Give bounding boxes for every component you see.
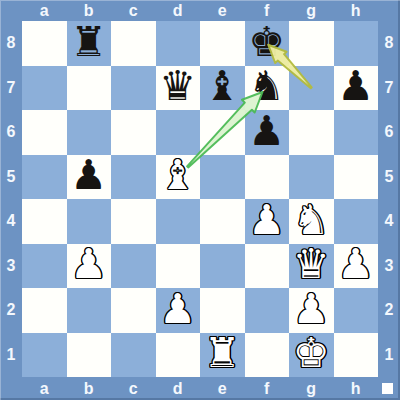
square-g6[interactable] (289, 110, 334, 155)
square-c2[interactable] (111, 288, 156, 333)
file-label: a (22, 0, 67, 21)
white-pawn[interactable]: ♟ (293, 289, 330, 330)
square-h3[interactable]: ♟ (334, 244, 379, 289)
square-c8[interactable] (111, 21, 156, 66)
square-c7[interactable] (111, 66, 156, 111)
square-g2[interactable]: ♟ (289, 288, 334, 333)
file-label: f (245, 377, 290, 400)
square-g5[interactable] (289, 155, 334, 200)
square-a7[interactable] (22, 66, 67, 111)
rank-labels-right: 87654321 (378, 21, 400, 377)
square-b2[interactable] (67, 288, 112, 333)
square-f7[interactable]: ♞ (245, 66, 290, 111)
file-label: g (289, 0, 334, 21)
square-g8[interactable] (289, 21, 334, 66)
file-label: e (200, 377, 245, 400)
square-h2[interactable] (334, 288, 379, 333)
square-d3[interactable] (156, 244, 201, 289)
square-d5[interactable]: ♝ (156, 155, 201, 200)
square-c1[interactable] (111, 333, 156, 378)
file-label: c (111, 0, 156, 21)
rank-label: 4 (0, 199, 22, 244)
file-label: d (156, 377, 201, 400)
square-d7[interactable]: ♛ (156, 66, 201, 111)
square-a1[interactable] (22, 333, 67, 378)
black-pawn[interactable]: ♟ (70, 155, 107, 196)
white-pawn[interactable]: ♟ (159, 289, 196, 330)
black-rook[interactable]: ♜ (70, 22, 107, 63)
square-f3[interactable] (245, 244, 290, 289)
file-labels-bottom: abcdefgh (22, 377, 378, 400)
chess-diagram: abcdefgh abcdefgh 87654321 87654321 ♜♚♛♝… (0, 0, 400, 400)
white-pawn[interactable]: ♟ (337, 244, 374, 285)
square-g7[interactable] (289, 66, 334, 111)
square-f6[interactable]: ♟ (245, 110, 290, 155)
square-c6[interactable] (111, 110, 156, 155)
square-d1[interactable] (156, 333, 201, 378)
file-label: c (111, 377, 156, 400)
square-f8[interactable]: ♚ (245, 21, 290, 66)
rank-label: 4 (378, 199, 400, 244)
white-queen[interactable]: ♛ (293, 244, 330, 285)
rank-label: 1 (0, 333, 22, 378)
rank-label: 1 (378, 333, 400, 378)
square-c3[interactable] (111, 244, 156, 289)
file-label: g (289, 377, 334, 400)
rank-label: 5 (378, 155, 400, 200)
square-d4[interactable] (156, 199, 201, 244)
rank-label: 6 (0, 110, 22, 155)
square-e1[interactable]: ♜ (200, 333, 245, 378)
rank-labels-left: 87654321 (0, 21, 22, 377)
square-b8[interactable]: ♜ (67, 21, 112, 66)
rank-label: 6 (378, 110, 400, 155)
black-knight[interactable]: ♞ (248, 66, 285, 107)
square-d6[interactable] (156, 110, 201, 155)
square-e8[interactable] (200, 21, 245, 66)
square-b4[interactable] (67, 199, 112, 244)
rank-label: 2 (378, 288, 400, 333)
rank-label: 8 (0, 21, 22, 66)
square-b3[interactable]: ♟ (67, 244, 112, 289)
square-g1[interactable]: ♚ (289, 333, 334, 378)
square-a2[interactable] (22, 288, 67, 333)
file-label: b (67, 377, 112, 400)
square-a5[interactable] (22, 155, 67, 200)
square-b5[interactable]: ♟ (67, 155, 112, 200)
square-a3[interactable] (22, 244, 67, 289)
square-f5[interactable] (245, 155, 290, 200)
file-label: e (200, 0, 245, 21)
black-queen[interactable]: ♛ (159, 66, 196, 107)
square-h1[interactable] (334, 333, 379, 378)
square-c4[interactable] (111, 199, 156, 244)
white-rook[interactable]: ♜ (204, 333, 241, 374)
white-knight[interactable]: ♞ (293, 200, 330, 241)
white-to-move-indicator (382, 383, 393, 394)
white-pawn[interactable]: ♟ (248, 200, 285, 241)
square-e7[interactable]: ♝ (200, 66, 245, 111)
square-b1[interactable] (67, 333, 112, 378)
square-a4[interactable] (22, 199, 67, 244)
square-g4[interactable]: ♞ (289, 199, 334, 244)
square-d2[interactable]: ♟ (156, 288, 201, 333)
square-h4[interactable] (334, 199, 379, 244)
rank-label: 8 (378, 21, 400, 66)
square-e6[interactable] (200, 110, 245, 155)
square-e4[interactable] (200, 199, 245, 244)
white-king[interactable]: ♚ (293, 333, 330, 374)
black-king[interactable]: ♚ (248, 22, 285, 63)
black-bishop[interactable]: ♝ (204, 66, 241, 107)
square-f2[interactable] (245, 288, 290, 333)
square-e5[interactable] (200, 155, 245, 200)
rank-label: 2 (0, 288, 22, 333)
square-a6[interactable] (22, 110, 67, 155)
black-pawn[interactable]: ♟ (248, 111, 285, 152)
white-bishop[interactable]: ♝ (159, 155, 196, 196)
square-a8[interactable] (22, 21, 67, 66)
square-f4[interactable]: ♟ (245, 199, 290, 244)
rank-label: 3 (0, 244, 22, 289)
square-e3[interactable] (200, 244, 245, 289)
square-h8[interactable] (334, 21, 379, 66)
file-label: h (334, 377, 379, 400)
square-e2[interactable] (200, 288, 245, 333)
rank-label: 7 (378, 66, 400, 111)
square-g3[interactable]: ♛ (289, 244, 334, 289)
square-b7[interactable] (67, 66, 112, 111)
square-b6[interactable] (67, 110, 112, 155)
rank-label: 5 (0, 155, 22, 200)
rank-label: 3 (378, 244, 400, 289)
white-pawn[interactable]: ♟ (70, 244, 107, 285)
square-h7[interactable]: ♟ (334, 66, 379, 111)
square-d8[interactable] (156, 21, 201, 66)
chess-board: ♜♚♛♝♞♟♟♟♝♟♞♟♛♟♟♟♜♚ (22, 21, 378, 377)
square-h5[interactable] (334, 155, 379, 200)
file-label: h (334, 0, 379, 21)
file-label: a (22, 377, 67, 400)
rank-label: 7 (0, 66, 22, 111)
black-pawn[interactable]: ♟ (337, 66, 374, 107)
file-label: d (156, 0, 201, 21)
square-h6[interactable] (334, 110, 379, 155)
square-c5[interactable] (111, 155, 156, 200)
square-f1[interactable] (245, 333, 290, 378)
